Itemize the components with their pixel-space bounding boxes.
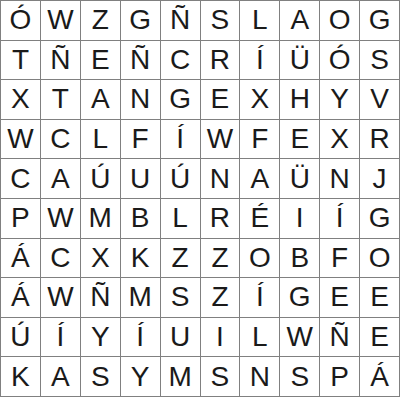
grid-cell-r5c7[interactable]: A [240,159,280,199]
grid-cell-r6c8[interactable]: I [280,199,320,239]
grid-cell-r8c8[interactable]: G [280,278,320,318]
grid-cell-r6c10[interactable]: G [360,199,400,239]
grid-cell-r7c10[interactable]: O [360,239,400,279]
grid-cell-r7c9[interactable]: F [320,239,360,279]
grid-cell-r1c6[interactable]: S [201,1,241,41]
grid-cell-r3c10[interactable]: V [360,80,400,120]
grid-cell-r4c7[interactable]: F [240,120,280,160]
grid-cell-r10c9[interactable]: P [320,357,360,397]
grid-cell-r4c4[interactable]: F [121,120,161,160]
grid-cell-r4c3[interactable]: L [81,120,121,160]
grid-cell-r4c10[interactable]: R [360,120,400,160]
grid-cell-r7c7[interactable]: O [240,239,280,279]
grid-cell-r8c10[interactable]: E [360,278,400,318]
grid-cell-r5c5[interactable]: Ú [161,159,201,199]
grid-cell-r1c5[interactable]: Ñ [161,1,201,41]
grid-cell-r2c7[interactable]: Í [240,41,280,81]
grid-cell-r9c8[interactable]: W [280,318,320,358]
grid-cell-r6c3[interactable]: M [81,199,121,239]
grid-cell-r8c1[interactable]: Á [1,278,41,318]
grid-cell-r8c6[interactable]: Z [201,278,241,318]
grid-cell-r4c5[interactable]: Í [161,120,201,160]
grid-cell-r9c10[interactable]: E [360,318,400,358]
grid-cell-r7c2[interactable]: C [41,239,81,279]
grid-cell-r10c7[interactable]: N [240,357,280,397]
grid-cell-r3c7[interactable]: X [240,80,280,120]
grid-cell-r4c2[interactable]: C [41,120,81,160]
grid-cell-r7c6[interactable]: Z [201,239,241,279]
grid-cell-r3c2[interactable]: T [41,80,81,120]
grid-cell-r5c3[interactable]: Ú [81,159,121,199]
grid-cell-r4c9[interactable]: X [320,120,360,160]
grid-cell-r6c2[interactable]: W [41,199,81,239]
grid-cell-r3c4[interactable]: N [121,80,161,120]
grid-cell-r2c9[interactable]: Ó [320,41,360,81]
grid-cell-r2c4[interactable]: Ñ [121,41,161,81]
grid-cell-r1c8[interactable]: A [280,1,320,41]
grid-cell-r6c4[interactable]: B [121,199,161,239]
grid-cell-r8c9[interactable]: E [320,278,360,318]
grid-cell-r2c1[interactable]: T [1,41,41,81]
grid-cell-r5c2[interactable]: A [41,159,81,199]
grid-cell-r9c5[interactable]: U [161,318,201,358]
grid-cell-r3c8[interactable]: H [280,80,320,120]
grid-cell-r8c4[interactable]: M [121,278,161,318]
grid-cell-r10c5[interactable]: M [161,357,201,397]
grid-cell-r2c6[interactable]: R [201,41,241,81]
grid-cell-r4c6[interactable]: W [201,120,241,160]
grid-cell-r7c1[interactable]: Á [1,239,41,279]
grid-cell-r6c1[interactable]: P [1,199,41,239]
grid-cell-r6c9[interactable]: Í [320,199,360,239]
grid-cell-r3c5[interactable]: G [161,80,201,120]
grid-cell-r9c2[interactable]: Í [41,318,81,358]
grid-cell-r5c4[interactable]: U [121,159,161,199]
grid-cell-r7c5[interactable]: Z [161,239,201,279]
grid-cell-r8c7[interactable]: Í [240,278,280,318]
grid-cell-r5c1[interactable]: C [1,159,41,199]
grid-cell-r9c4[interactable]: Í [121,318,161,358]
grid-cell-r1c3[interactable]: Z [81,1,121,41]
grid-cell-r10c3[interactable]: S [81,357,121,397]
grid-cell-r8c5[interactable]: S [161,278,201,318]
grid-cell-r5c9[interactable]: N [320,159,360,199]
grid-cell-r3c3[interactable]: A [81,80,121,120]
grid-cell-r10c2[interactable]: A [41,357,81,397]
grid-cell-r3c9[interactable]: Y [320,80,360,120]
grid-cell-r10c10[interactable]: Á [360,357,400,397]
grid-cell-r9c7[interactable]: L [240,318,280,358]
grid-cell-r2c8[interactable]: Ü [280,41,320,81]
grid-cell-r6c5[interactable]: L [161,199,201,239]
grid-cell-r7c4[interactable]: K [121,239,161,279]
grid-cell-r1c1[interactable]: Ó [1,1,41,41]
grid-cell-r2c10[interactable]: S [360,41,400,81]
grid-cell-r2c5[interactable]: C [161,41,201,81]
grid-cell-r4c8[interactable]: E [280,120,320,160]
grid-cell-r5c10[interactable]: J [360,159,400,199]
grid-cell-r8c3[interactable]: Ñ [81,278,121,318]
grid-cell-r10c4[interactable]: Y [121,357,161,397]
grid-cell-r1c4[interactable]: G [121,1,161,41]
grid-cell-r1c2[interactable]: W [41,1,81,41]
grid-cell-r5c6[interactable]: N [201,159,241,199]
grid-cell-r10c8[interactable]: S [280,357,320,397]
grid-cell-r2c3[interactable]: E [81,41,121,81]
grid-cell-r3c1[interactable]: X [1,80,41,120]
grid-cell-r3c6[interactable]: E [201,80,241,120]
grid-cell-r1c9[interactable]: O [320,1,360,41]
grid-cell-r6c7[interactable]: É [240,199,280,239]
grid-cell-r9c3[interactable]: Y [81,318,121,358]
grid-cell-r1c10[interactable]: G [360,1,400,41]
grid-cell-r7c3[interactable]: X [81,239,121,279]
grid-cell-r9c9[interactable]: Ñ [320,318,360,358]
grid-cell-r1c7[interactable]: L [240,1,280,41]
grid-cell-r9c6[interactable]: I [201,318,241,358]
grid-cell-r4c1[interactable]: W [1,120,41,160]
grid-cell-r6c6[interactable]: R [201,199,241,239]
grid-cell-r7c8[interactable]: B [280,239,320,279]
grid-cell-r10c6[interactable]: S [201,357,241,397]
word-search-grid: ÓWZGÑSLAOGTÑEÑCRÍÜÓSXTANGEXHYVWCLFÍWFEXR… [0,0,400,397]
grid-cell-r5c8[interactable]: Ü [280,159,320,199]
grid-cell-r8c2[interactable]: W [41,278,81,318]
grid-cell-r10c1[interactable]: K [1,357,41,397]
grid-cell-r2c2[interactable]: Ñ [41,41,81,81]
grid-cell-r9c1[interactable]: Ú [1,318,41,358]
